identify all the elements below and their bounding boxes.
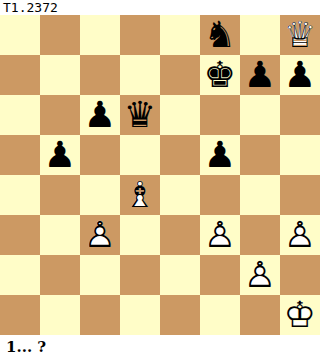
square-b1[interactable] <box>40 295 80 335</box>
white-pawn-icon: ♙ <box>280 215 320 255</box>
square-b8[interactable] <box>40 15 80 55</box>
white-pawn-fill: ♟ <box>80 215 120 255</box>
square-b6[interactable] <box>40 95 80 135</box>
black-pawn-icon: ♟ <box>280 55 320 95</box>
square-e2[interactable] <box>160 255 200 295</box>
square-e8[interactable] <box>160 15 200 55</box>
puzzle-id-label: T1.2372 <box>3 0 58 15</box>
square-e4[interactable] <box>160 175 200 215</box>
square-b3[interactable] <box>40 215 80 255</box>
white-bishop-fill: ♝ <box>120 175 160 215</box>
square-b5[interactable]: ♟ <box>40 135 80 175</box>
chess-diagram-page: T1.2372 ♞♛♕♚♟♟♟♛♟♟♝♗♟♙♟♙♟♙♟♙♚♔ 1... ? <box>0 0 320 360</box>
square-d2[interactable] <box>120 255 160 295</box>
square-g8[interactable] <box>240 15 280 55</box>
chess-board: ♞♛♕♚♟♟♟♛♟♟♝♗♟♙♟♙♟♙♟♙♚♔ <box>0 15 320 335</box>
square-a3[interactable] <box>0 215 40 255</box>
square-a6[interactable] <box>0 95 40 135</box>
square-a4[interactable] <box>0 175 40 215</box>
black-pawn-icon: ♟ <box>240 55 280 95</box>
square-c6[interactable]: ♟ <box>80 95 120 135</box>
white-pawn-fill: ♟ <box>280 215 320 255</box>
square-c7[interactable] <box>80 55 120 95</box>
square-c8[interactable] <box>80 15 120 55</box>
white-pawn-icon: ♙ <box>240 255 280 295</box>
square-h4[interactable] <box>280 175 320 215</box>
square-d6[interactable]: ♛ <box>120 95 160 135</box>
move-prompt-label: 1... ? <box>6 335 46 360</box>
square-f2[interactable] <box>200 255 240 295</box>
square-e5[interactable] <box>160 135 200 175</box>
square-f5[interactable]: ♟ <box>200 135 240 175</box>
square-e1[interactable] <box>160 295 200 335</box>
black-queen-icon: ♛ <box>120 95 160 135</box>
square-d3[interactable] <box>120 215 160 255</box>
square-c3[interactable]: ♟♙ <box>80 215 120 255</box>
square-d5[interactable] <box>120 135 160 175</box>
square-a1[interactable] <box>0 295 40 335</box>
square-b2[interactable] <box>40 255 80 295</box>
square-c5[interactable] <box>80 135 120 175</box>
white-pawn-icon: ♙ <box>200 215 240 255</box>
square-g4[interactable] <box>240 175 280 215</box>
square-a7[interactable] <box>0 55 40 95</box>
square-h1[interactable]: ♚♔ <box>280 295 320 335</box>
square-f1[interactable] <box>200 295 240 335</box>
square-g3[interactable] <box>240 215 280 255</box>
white-pawn-icon: ♙ <box>80 215 120 255</box>
square-g7[interactable]: ♟ <box>240 55 280 95</box>
square-d7[interactable] <box>120 55 160 95</box>
square-f6[interactable] <box>200 95 240 135</box>
square-c4[interactable] <box>80 175 120 215</box>
black-pawn-icon: ♟ <box>80 95 120 135</box>
square-d1[interactable] <box>120 295 160 335</box>
square-a5[interactable] <box>0 135 40 175</box>
white-queen-fill: ♛ <box>280 15 320 55</box>
square-h5[interactable] <box>280 135 320 175</box>
black-king-icon: ♚ <box>200 55 240 95</box>
white-pawn-fill: ♟ <box>200 215 240 255</box>
square-a2[interactable] <box>0 255 40 295</box>
white-king-fill: ♚ <box>280 295 320 335</box>
square-g5[interactable] <box>240 135 280 175</box>
square-g1[interactable] <box>240 295 280 335</box>
square-f3[interactable]: ♟♙ <box>200 215 240 255</box>
square-h2[interactable] <box>280 255 320 295</box>
black-knight-icon: ♞ <box>200 15 240 55</box>
square-e3[interactable] <box>160 215 200 255</box>
square-e7[interactable] <box>160 55 200 95</box>
white-pawn-fill: ♟ <box>240 255 280 295</box>
square-a8[interactable] <box>0 15 40 55</box>
black-pawn-icon: ♟ <box>40 135 80 175</box>
square-c1[interactable] <box>80 295 120 335</box>
square-h8[interactable]: ♛♕ <box>280 15 320 55</box>
white-king-icon: ♔ <box>280 295 320 335</box>
square-d8[interactable] <box>120 15 160 55</box>
square-b4[interactable] <box>40 175 80 215</box>
white-queen-icon: ♕ <box>280 15 320 55</box>
square-h6[interactable] <box>280 95 320 135</box>
square-g2[interactable]: ♟♙ <box>240 255 280 295</box>
square-h7[interactable]: ♟ <box>280 55 320 95</box>
square-b7[interactable] <box>40 55 80 95</box>
square-d4[interactable]: ♝♗ <box>120 175 160 215</box>
square-f8[interactable]: ♞ <box>200 15 240 55</box>
square-c2[interactable] <box>80 255 120 295</box>
square-f4[interactable] <box>200 175 240 215</box>
white-bishop-icon: ♗ <box>120 175 160 215</box>
black-pawn-icon: ♟ <box>200 135 240 175</box>
square-h3[interactable]: ♟♙ <box>280 215 320 255</box>
square-e6[interactable] <box>160 95 200 135</box>
square-f7[interactable]: ♚ <box>200 55 240 95</box>
square-g6[interactable] <box>240 95 280 135</box>
